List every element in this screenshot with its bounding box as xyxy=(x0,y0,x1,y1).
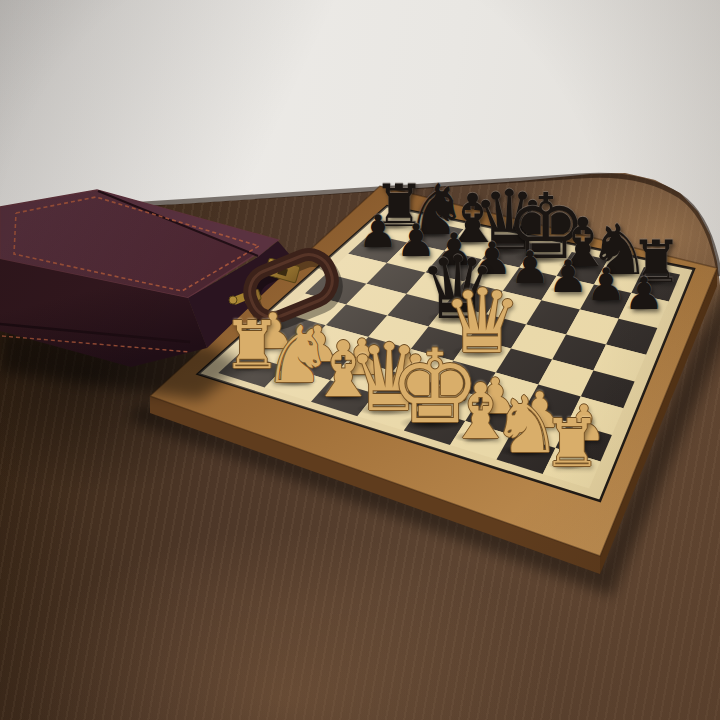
piece-shadow-e1 xyxy=(399,415,462,431)
pieces-layer: ♜♞♝♛♚♝♞♜♟♟♟♟♟♟♟♟♛♛♟♟♟♟♟♟♟♟♜♞♝♛♚♝♞♜ xyxy=(0,0,720,720)
piece-shadow-h8 xyxy=(634,276,670,285)
piece-shadow-d7 xyxy=(474,268,502,275)
piece-shadow-e7 xyxy=(512,277,540,284)
piece-shadow-g1 xyxy=(498,445,547,458)
piece-shadow-c1 xyxy=(316,389,363,401)
piece-shadow-a1 xyxy=(228,362,269,373)
piece-shadow-a2 xyxy=(254,343,284,351)
piece-shadow-f8 xyxy=(558,260,600,271)
piece-shadow-g7 xyxy=(588,295,616,302)
piece-shadow-e2 xyxy=(432,395,462,403)
piece-shadow-e4 xyxy=(451,345,506,359)
piece-shadow-b2 xyxy=(298,356,328,364)
piece-shadow-d5 xyxy=(427,311,481,325)
piece-shadow-c2 xyxy=(343,369,373,377)
piece-shadow-a8 xyxy=(377,220,413,229)
piece-shadow-f7 xyxy=(550,286,578,293)
piece-shadow-b1 xyxy=(269,375,318,388)
piece-shadow-b8 xyxy=(410,227,453,238)
piece-shadow-h1 xyxy=(548,460,589,471)
photo-scene: ♜♞♝♛♚♝♞♜♟♟♟♟♟♟♟♟♛♛♟♟♟♟♟♟♟♟♜♞♝♛♚♝♞♜ xyxy=(0,0,720,720)
piece-shadow-h7 xyxy=(626,304,654,311)
piece-shadow-d1 xyxy=(356,402,414,417)
piece-shadow-f1 xyxy=(453,431,500,443)
piece-shadow-g8 xyxy=(594,267,637,278)
piece-shadow-b7 xyxy=(398,251,426,258)
piece-shadow-c7 xyxy=(436,259,464,266)
piece-shadow-g2 xyxy=(520,422,550,430)
piece-shadow-a7 xyxy=(360,242,388,249)
piece-shadow-f2 xyxy=(476,409,506,417)
piece-shadow-d2 xyxy=(387,382,417,390)
piece-shadow-h2 xyxy=(565,435,595,443)
